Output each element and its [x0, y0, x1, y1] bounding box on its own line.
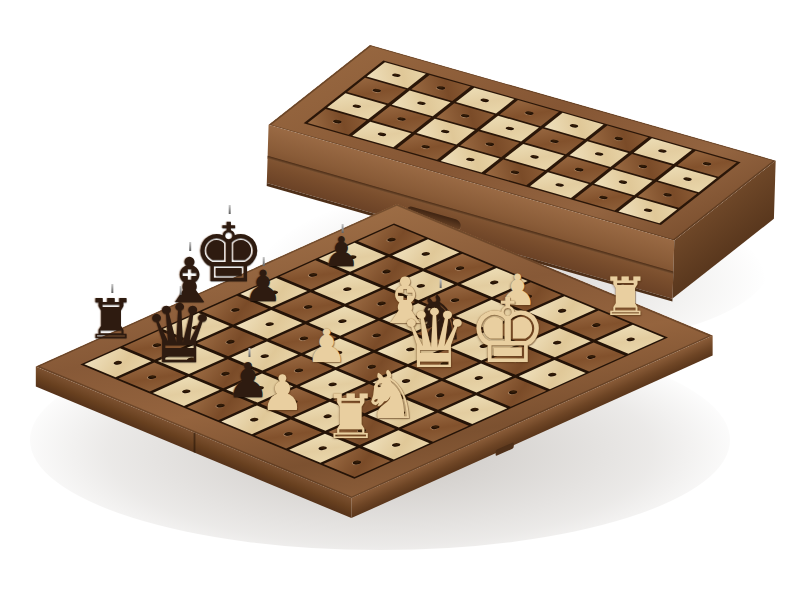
white-pawn[interactable]: ♟ [260, 369, 304, 418]
peg-hole [524, 111, 535, 116]
peg-hole [302, 304, 314, 309]
peg-hole [598, 195, 609, 200]
peg-hole [682, 177, 693, 182]
peg-hole [504, 126, 515, 131]
white-rook[interactable]: ♜ [602, 270, 650, 323]
peg-hole [454, 266, 466, 271]
peg-hole [391, 73, 402, 78]
peg-hole [547, 372, 559, 377]
peg-hole [214, 403, 226, 408]
peg-hole [702, 161, 713, 166]
peg-hole [263, 322, 275, 327]
peg-hole [485, 142, 496, 147]
peg-hole [396, 116, 407, 121]
peg-hole [440, 129, 451, 134]
peg-hole [371, 88, 382, 93]
peg-hole [416, 101, 427, 106]
chess-set-photo: ♜♛♝♚♟♟♟♞♜♟♝♛♚♞♜♟♟ [0, 0, 800, 600]
peg-hole [468, 407, 480, 412]
black-pawn[interactable]: ♟ [244, 265, 283, 308]
peg-hole [435, 85, 446, 90]
peg-hole [351, 104, 362, 109]
peg-hole [507, 390, 519, 395]
board-clasp [496, 442, 514, 456]
peg-hole [386, 237, 398, 242]
peg-hole [574, 167, 585, 172]
peg-hole [509, 170, 520, 175]
peg-hole [465, 157, 476, 162]
white-rook[interactable]: ♜ [324, 386, 379, 447]
black-rook[interactable]: ♜ [86, 292, 135, 347]
peg-hole [434, 393, 446, 398]
peg-hole [554, 183, 565, 188]
peg-hole [342, 286, 354, 291]
peg-hole [351, 460, 363, 465]
white-pawn[interactable]: ♟ [306, 323, 347, 369]
peg-hole [248, 417, 260, 422]
black-queen[interactable]: ♛ [143, 294, 216, 375]
peg-hole [638, 164, 649, 169]
peg-hole [390, 442, 402, 447]
peg-hole [618, 180, 629, 185]
peg-hole [460, 114, 471, 119]
peg-hole [569, 123, 580, 128]
peg-hole [586, 354, 598, 359]
peg-hole [283, 431, 295, 436]
peg-hole [180, 389, 192, 394]
peg-hole [613, 136, 624, 141]
peg-hole [657, 149, 668, 154]
peg-hole [376, 132, 387, 137]
peg-hole [625, 337, 637, 342]
peg-hole [332, 119, 343, 124]
peg-hole [643, 208, 654, 213]
peg-hole [529, 154, 540, 159]
peg-hole [549, 139, 560, 144]
peg-hole [552, 340, 564, 345]
peg-hole [224, 339, 236, 344]
peg-hole [420, 251, 432, 256]
peg-hole [112, 360, 124, 365]
black-pawn[interactable]: ♟ [323, 232, 360, 273]
board-fold-seam [194, 432, 196, 453]
white-king[interactable]: ♚ [468, 287, 548, 376]
peg-hole [429, 425, 441, 430]
peg-hole [229, 307, 241, 312]
peg-hole [307, 272, 319, 277]
peg-hole [421, 145, 432, 150]
peg-hole [556, 308, 568, 313]
peg-hole [480, 98, 491, 103]
peg-hole [662, 192, 673, 197]
peg-hole [593, 152, 604, 157]
